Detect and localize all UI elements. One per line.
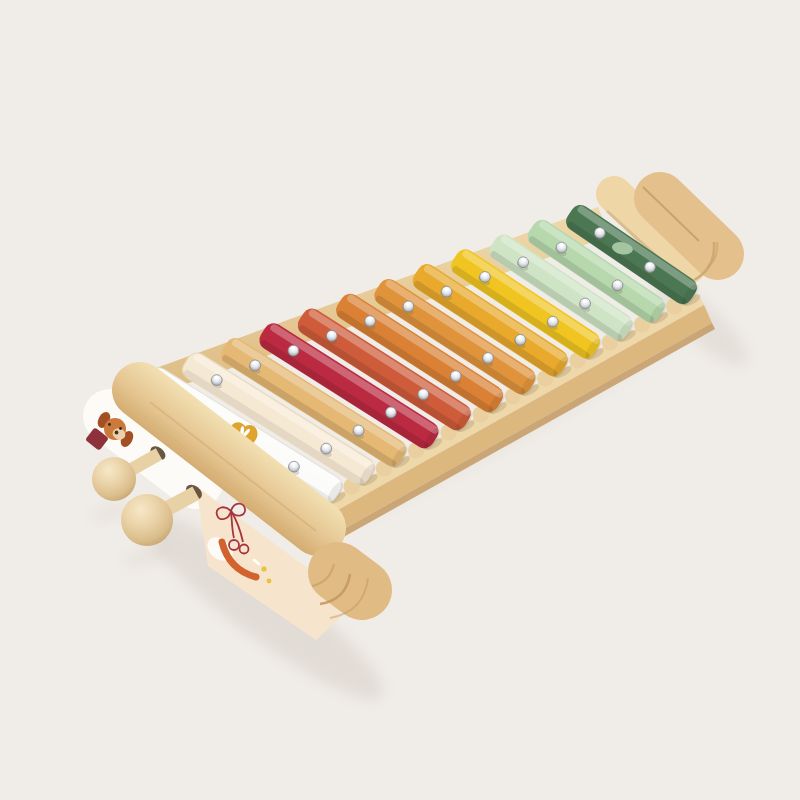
xylophone-scene xyxy=(0,0,800,800)
sun-dot xyxy=(261,566,266,571)
sun-dot xyxy=(267,579,272,584)
mallet-2-ball xyxy=(121,494,173,546)
product-photo-xylophone xyxy=(0,0,800,800)
dog-nose xyxy=(115,431,119,435)
dog-eye xyxy=(119,427,122,430)
mallet-1-ball xyxy=(92,457,136,501)
dog-eye xyxy=(108,423,111,426)
